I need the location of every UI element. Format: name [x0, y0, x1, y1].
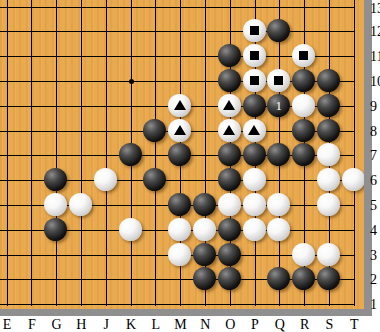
grid-vline-G: [56, 0, 57, 306]
stone-P7-black[interactable]: [243, 143, 266, 166]
grid-vline-T: [354, 0, 355, 306]
stone-R10-black[interactable]: [292, 69, 315, 92]
row-label-13: 13: [370, 1, 380, 16]
square-mark-icon: [250, 26, 259, 35]
go-board: 1: [0, 0, 364, 309]
row-label-3: 3: [370, 248, 380, 263]
col-label-L: L: [146, 317, 166, 332]
stone-P10-white[interactable]: [243, 69, 266, 92]
stone-M7-black[interactable]: [168, 143, 191, 166]
stone-K7-black[interactable]: [119, 143, 142, 166]
grid-vline-J: [106, 0, 107, 306]
stone-P4-white[interactable]: [243, 218, 266, 241]
stone-S10-black[interactable]: [317, 69, 340, 92]
stone-O9-white[interactable]: [218, 94, 241, 117]
row-label-12: 12: [370, 24, 380, 39]
row-label-4: 4: [370, 223, 380, 238]
grid-vline-E: [7, 0, 8, 306]
stone-G4-black[interactable]: [44, 218, 67, 241]
col-label-J: J: [96, 317, 116, 332]
stone-K4-white[interactable]: [119, 218, 142, 241]
stone-O7-black[interactable]: [218, 143, 241, 166]
stone-G6-black[interactable]: [44, 168, 67, 191]
stone-M8-white[interactable]: [168, 119, 191, 142]
stone-S5-white[interactable]: [317, 193, 340, 216]
stone-R3-white[interactable]: [292, 243, 315, 266]
square-mark-icon: [274, 76, 283, 85]
col-label-P: P: [245, 317, 265, 332]
triangle-mark-icon: [248, 125, 260, 135]
stone-S7-white[interactable]: [317, 143, 340, 166]
square-mark-icon: [299, 51, 308, 60]
stone-Q7-black[interactable]: [267, 143, 290, 166]
row-label-9: 9: [370, 99, 380, 114]
stone-N2-black[interactable]: [193, 267, 216, 290]
stone-R7-black[interactable]: [292, 143, 315, 166]
stone-O2-black[interactable]: [218, 267, 241, 290]
row-label-8: 8: [370, 124, 380, 139]
grid-hline-13: [0, 7, 355, 8]
stone-J6-white[interactable]: [94, 168, 117, 191]
star-point-K10: [129, 79, 134, 84]
stone-N3-black[interactable]: [193, 243, 216, 266]
stone-N4-white[interactable]: [193, 218, 216, 241]
grid-vline-F: [31, 0, 32, 306]
stone-S2-black[interactable]: [317, 267, 340, 290]
stone-S6-white[interactable]: [317, 168, 340, 191]
stone-M9-white[interactable]: [168, 94, 191, 117]
move-number-label: 1: [276, 99, 283, 112]
stone-O10-black[interactable]: [218, 69, 241, 92]
stone-O4-black[interactable]: [218, 218, 241, 241]
board-edge-shadow-bottom: [0, 309, 372, 316]
stone-M4-white[interactable]: [168, 218, 191, 241]
stone-N5-black[interactable]: [193, 193, 216, 216]
stone-T6-white[interactable]: [342, 168, 365, 191]
triangle-mark-icon: [174, 100, 186, 110]
stone-M5-black[interactable]: [168, 193, 191, 216]
grid-hline-1: [0, 304, 355, 305]
stone-M3-white[interactable]: [168, 243, 191, 266]
stone-Q12-black[interactable]: [267, 19, 290, 42]
stone-P6-white[interactable]: [243, 168, 266, 191]
stone-Q2-black[interactable]: [267, 267, 290, 290]
col-label-T: T: [344, 317, 364, 332]
stone-P9-black[interactable]: [243, 94, 266, 117]
triangle-mark-icon: [223, 100, 235, 110]
stone-R9-white[interactable]: [292, 94, 315, 117]
row-label-10: 10: [370, 74, 380, 89]
stone-R2-black[interactable]: [292, 267, 315, 290]
col-label-E: E: [0, 317, 17, 332]
stone-Q5-white[interactable]: [267, 193, 290, 216]
row-label-6: 6: [370, 173, 380, 188]
stone-S3-white[interactable]: [317, 243, 340, 266]
row-label-5: 5: [370, 198, 380, 213]
triangle-mark-icon: [174, 125, 186, 135]
square-mark-icon: [250, 51, 259, 60]
square-mark-icon: [250, 76, 259, 85]
stone-L6-black[interactable]: [143, 168, 166, 191]
grid-hline-12: [0, 31, 355, 32]
col-label-R: R: [295, 317, 315, 332]
stone-Q4-white[interactable]: [267, 218, 290, 241]
stone-R8-black[interactable]: [292, 119, 315, 142]
col-label-G: G: [47, 317, 67, 332]
stone-Q10-white[interactable]: [267, 69, 290, 92]
stone-P11-white[interactable]: [243, 44, 266, 67]
col-label-M: M: [171, 317, 191, 332]
stone-S8-black[interactable]: [317, 119, 340, 142]
stone-Q9-black[interactable]: 1: [267, 94, 290, 117]
stone-P5-white[interactable]: [243, 193, 266, 216]
stone-S9-black[interactable]: [317, 94, 340, 117]
stone-P8-white[interactable]: [243, 119, 266, 142]
stone-R11-white[interactable]: [292, 44, 315, 67]
col-label-K: K: [121, 317, 141, 332]
col-label-F: F: [22, 317, 42, 332]
stone-O5-white[interactable]: [218, 193, 241, 216]
stone-O3-black[interactable]: [218, 243, 241, 266]
row-label-2: 2: [370, 272, 380, 287]
col-label-O: O: [220, 317, 240, 332]
row-label-11: 11: [370, 49, 380, 64]
stone-P12-white[interactable]: [243, 19, 266, 42]
row-label-7: 7: [370, 148, 380, 163]
stone-O6-black[interactable]: [218, 168, 241, 191]
stone-G5-white[interactable]: [44, 193, 67, 216]
col-label-N: N: [195, 317, 215, 332]
col-label-H: H: [71, 317, 91, 332]
go-diagram: 1 EFGHJKLMNOPQRST 13121110987654321: [0, 0, 380, 332]
row-label-1: 1: [370, 297, 380, 312]
grid-vline-L: [155, 0, 156, 306]
stone-O8-white[interactable]: [218, 119, 241, 142]
col-label-Q: Q: [270, 317, 290, 332]
grid-vline-H: [81, 0, 82, 306]
triangle-mark-icon: [223, 125, 235, 135]
stone-H5-white[interactable]: [69, 193, 92, 216]
stone-L8-black[interactable]: [143, 119, 166, 142]
stone-O11-black[interactable]: [218, 44, 241, 67]
col-label-S: S: [319, 317, 339, 332]
